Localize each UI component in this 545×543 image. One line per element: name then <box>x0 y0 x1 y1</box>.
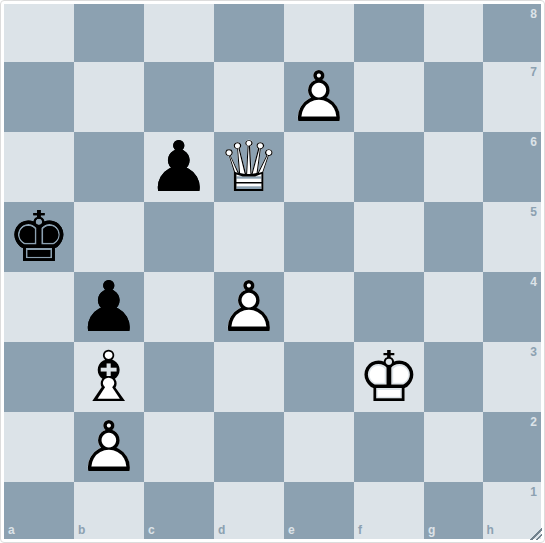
square-b2[interactable]: ♟♙ <box>74 412 144 482</box>
rank-label-7: 7 <box>530 66 537 78</box>
square-b3[interactable]: ♝♗ <box>74 342 144 412</box>
file-label-b: b <box>78 524 85 536</box>
file-label-h: h <box>487 524 494 536</box>
file-label-a: a <box>8 524 15 536</box>
square-g1[interactable]: g <box>424 482 483 540</box>
square-a3[interactable] <box>4 342 74 412</box>
white-queen-glyph: ♕ <box>214 132 284 202</box>
file-label-e: e <box>288 524 295 536</box>
square-e3[interactable] <box>284 342 354 412</box>
square-e6[interactable] <box>284 132 354 202</box>
square-h7[interactable]: 7 <box>483 62 542 132</box>
square-b6[interactable] <box>74 132 144 202</box>
square-a6[interactable] <box>4 132 74 202</box>
file-label-c: c <box>148 524 155 536</box>
square-c1[interactable]: c <box>144 482 214 540</box>
white-pawn-glyph: ♙ <box>214 272 284 342</box>
square-b4[interactable]: ♟♟ <box>74 272 144 342</box>
file-label-f: f <box>358 524 362 536</box>
square-a2[interactable] <box>4 412 74 482</box>
black-pawn-glyph: ♟ <box>74 272 144 342</box>
square-g8[interactable] <box>424 4 483 62</box>
rank-label-5: 5 <box>530 206 537 218</box>
square-e4[interactable] <box>284 272 354 342</box>
rank-label-2: 2 <box>530 416 537 428</box>
square-g6[interactable] <box>424 132 483 202</box>
resize-grip-icon[interactable] <box>530 528 542 540</box>
square-h4[interactable]: 4 <box>483 272 542 342</box>
square-c2[interactable] <box>144 412 214 482</box>
square-b5[interactable] <box>74 202 144 272</box>
square-c5[interactable] <box>144 202 214 272</box>
square-d4[interactable]: ♟♙ <box>214 272 284 342</box>
white-pawn-glyph: ♙ <box>74 412 144 482</box>
square-f8[interactable] <box>354 4 424 62</box>
square-f5[interactable] <box>354 202 424 272</box>
rank-label-1: 1 <box>530 486 537 498</box>
square-h5[interactable]: 5 <box>483 202 542 272</box>
white-king-glyph: ♔ <box>354 342 424 412</box>
black-pawn[interactable]: ♟♟ <box>144 132 214 202</box>
rank-label-4: 4 <box>530 276 537 288</box>
square-b7[interactable] <box>74 62 144 132</box>
white-pawn[interactable]: ♟♙ <box>74 412 144 482</box>
square-c4[interactable] <box>144 272 214 342</box>
white-king[interactable]: ♚♔ <box>354 342 424 412</box>
black-king-glyph: ♚ <box>4 202 74 272</box>
square-a8[interactable] <box>4 4 74 62</box>
rank-label-6: 6 <box>530 136 537 148</box>
square-d6[interactable]: ♛♕ <box>214 132 284 202</box>
square-c3[interactable] <box>144 342 214 412</box>
square-f3[interactable]: ♚♔ <box>354 342 424 412</box>
white-bishop-glyph: ♗ <box>74 342 144 412</box>
square-d2[interactable] <box>214 412 284 482</box>
white-pawn-glyph: ♙ <box>284 62 354 132</box>
square-d8[interactable] <box>214 4 284 62</box>
white-queen[interactable]: ♛♕ <box>214 132 284 202</box>
square-e5[interactable] <box>284 202 354 272</box>
square-d7[interactable] <box>214 62 284 132</box>
chess-board: 8♟♙7♟♟♛♕6♚♚5♟♟♟♙4♝♗♚♔3♟♙2abcdefg1h <box>4 4 541 539</box>
black-pawn-glyph: ♟ <box>144 132 214 202</box>
white-pawn[interactable]: ♟♙ <box>284 62 354 132</box>
square-g5[interactable] <box>424 202 483 272</box>
square-f1[interactable]: f <box>354 482 424 540</box>
square-a1[interactable]: a <box>4 482 74 540</box>
square-e8[interactable] <box>284 4 354 62</box>
square-g3[interactable] <box>424 342 483 412</box>
square-d3[interactable] <box>214 342 284 412</box>
square-d5[interactable] <box>214 202 284 272</box>
square-d1[interactable]: d <box>214 482 284 540</box>
black-king[interactable]: ♚♚ <box>4 202 74 272</box>
square-g4[interactable] <box>424 272 483 342</box>
file-label-g: g <box>428 524 435 536</box>
square-f6[interactable] <box>354 132 424 202</box>
square-c6[interactable]: ♟♟ <box>144 132 214 202</box>
square-f7[interactable] <box>354 62 424 132</box>
square-c8[interactable] <box>144 4 214 62</box>
square-c7[interactable] <box>144 62 214 132</box>
square-g2[interactable] <box>424 412 483 482</box>
white-pawn[interactable]: ♟♙ <box>214 272 284 342</box>
square-h8[interactable]: 8 <box>483 4 542 62</box>
square-e2[interactable] <box>284 412 354 482</box>
square-g7[interactable] <box>424 62 483 132</box>
square-h6[interactable]: 6 <box>483 132 542 202</box>
file-label-d: d <box>218 524 225 536</box>
square-f4[interactable] <box>354 272 424 342</box>
square-e1[interactable]: e <box>284 482 354 540</box>
square-a5[interactable]: ♚♚ <box>4 202 74 272</box>
square-b1[interactable]: b <box>74 482 144 540</box>
square-f2[interactable] <box>354 412 424 482</box>
rank-label-8: 8 <box>530 8 537 20</box>
square-a4[interactable] <box>4 272 74 342</box>
chess-board-widget: 8♟♙7♟♟♛♕6♚♚5♟♟♟♙4♝♗♚♔3♟♙2abcdefg1h <box>0 0 545 543</box>
rank-label-3: 3 <box>530 346 537 358</box>
square-e7[interactable]: ♟♙ <box>284 62 354 132</box>
square-h3[interactable]: 3 <box>483 342 542 412</box>
black-pawn[interactable]: ♟♟ <box>74 272 144 342</box>
square-a7[interactable] <box>4 62 74 132</box>
square-b8[interactable] <box>74 4 144 62</box>
square-h2[interactable]: 2 <box>483 412 542 482</box>
white-bishop[interactable]: ♝♗ <box>74 342 144 412</box>
